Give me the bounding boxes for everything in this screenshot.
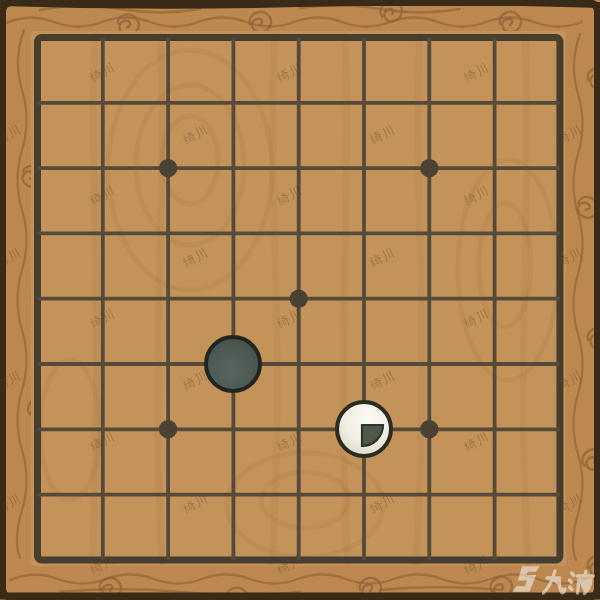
white-stone[interactable] — [335, 400, 393, 458]
go-game-screenshot: 绮川绮川绮川绮川绮川绮川绮川绮川绮川绮川绮川绮川绮川绮川绮川绮川绮川绮川绮川绮川… — [0, 0, 600, 600]
last-move-corner-marker — [339, 404, 389, 454]
black-stone[interactable] — [204, 335, 262, 393]
